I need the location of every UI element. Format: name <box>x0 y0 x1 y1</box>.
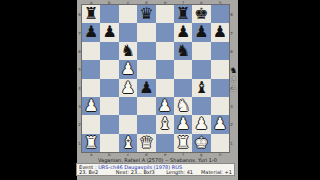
square-h4[interactable] <box>211 79 229 97</box>
square-f3[interactable]: ♞ <box>174 97 192 115</box>
piece-wP-e3[interactable]: ♟ <box>156 97 174 115</box>
square-d6[interactable] <box>137 42 155 60</box>
square-c7[interactable] <box>119 23 137 41</box>
piece-wB-c1[interactable]: ♝ <box>119 134 137 152</box>
black-knight-icon: ♞ <box>230 66 237 75</box>
game-info-box: Event : URS-ch46 Daugavpils (1978) RUS 2… <box>76 163 235 176</box>
square-a7[interactable]: ♟ <box>82 23 100 41</box>
piece-wP-f2[interactable]: ♟ <box>174 115 192 133</box>
piece-bR-f8[interactable]: ♜ <box>174 5 192 23</box>
piece-wQ-d1[interactable]: ♛ <box>137 134 155 152</box>
square-f8[interactable]: ♜ <box>174 5 192 23</box>
square-b7[interactable]: ♟ <box>100 23 118 41</box>
square-a3[interactable]: ♟ <box>82 97 100 115</box>
game-length: Length: 41 <box>166 170 201 175</box>
coord-label: e <box>157 1 172 5</box>
square-e7[interactable] <box>156 23 174 41</box>
square-g1[interactable]: ♚ <box>192 134 210 152</box>
coord-label: d <box>139 153 154 157</box>
material-balance: Material: +1 <box>201 170 232 175</box>
piece-bP-f7[interactable]: ♟ <box>174 23 192 41</box>
current-move: 23. Be2 <box>79 170 116 175</box>
piece-wK-g1[interactable]: ♚ <box>192 134 210 152</box>
piece-bB-g4[interactable]: ♝ <box>192 79 210 97</box>
square-g8[interactable]: ♚ <box>192 5 210 23</box>
square-f4[interactable] <box>174 79 192 97</box>
video-frame: abcdefgh abcdefgh 87654321 87654321 ♜♛♜♚… <box>0 0 320 180</box>
move-line: 23. Be2 Next: 23... Bxf3 Length: 41 Mate… <box>79 170 232 175</box>
square-g3[interactable] <box>192 97 210 115</box>
coord-label: 6 <box>78 49 82 54</box>
coord-label: b <box>102 1 117 5</box>
square-h3[interactable] <box>211 97 229 115</box>
chess-board[interactable]: ♜♛♜♚♟♟♟♟♟♞♞♟♟♟♝♟♟♞♝♟♟♟♜♝♛♜♚ <box>82 5 229 152</box>
square-e4[interactable] <box>156 79 174 97</box>
square-e6[interactable] <box>156 42 174 60</box>
square-e3[interactable]: ♟ <box>156 97 174 115</box>
white-pawn-icon: ♙ <box>230 84 237 93</box>
square-a5[interactable] <box>82 60 100 78</box>
coord-label: a <box>84 153 99 157</box>
coord-label: c <box>121 1 136 5</box>
piece-wR-f1[interactable]: ♜ <box>174 134 192 152</box>
square-g2[interactable]: ♟ <box>192 115 210 133</box>
piece-bN-c6[interactable]: ♞ <box>119 42 137 60</box>
piece-wP-g2[interactable]: ♟ <box>192 115 210 133</box>
square-a6[interactable] <box>82 42 100 60</box>
square-g4[interactable]: ♝ <box>192 79 210 97</box>
square-b5[interactable] <box>100 60 118 78</box>
square-a1[interactable]: ♜ <box>82 134 100 152</box>
square-h8[interactable] <box>211 5 229 23</box>
square-b1[interactable] <box>100 134 118 152</box>
coord-label: 1 <box>78 140 82 145</box>
square-a4[interactable] <box>82 79 100 97</box>
square-b4[interactable] <box>100 79 118 97</box>
piece-bP-g7[interactable]: ♟ <box>192 23 210 41</box>
square-d8[interactable]: ♛ <box>137 5 155 23</box>
coord-label: e <box>157 153 172 157</box>
square-d3[interactable] <box>137 97 155 115</box>
square-c4[interactable]: ♟ <box>119 79 137 97</box>
square-h2[interactable]: ♟ <box>211 115 229 133</box>
coord-label: 7 <box>78 30 82 35</box>
square-g5[interactable] <box>192 60 210 78</box>
coord-label: 7 <box>230 30 234 35</box>
square-h1[interactable] <box>211 134 229 152</box>
square-a8[interactable]: ♜ <box>82 5 100 23</box>
coord-label: 3 <box>78 104 82 109</box>
piece-wB-e2[interactable]: ♝ <box>156 115 174 133</box>
piece-bK-g8[interactable]: ♚ <box>192 5 210 23</box>
square-f6[interactable]: ♞ <box>174 42 192 60</box>
square-e1[interactable] <box>156 134 174 152</box>
coord-label: 2 <box>78 122 82 127</box>
square-d4[interactable]: ♟ <box>137 79 155 97</box>
piece-bQ-d8[interactable]: ♛ <box>137 5 155 23</box>
coord-label: f <box>176 153 191 157</box>
square-c3[interactable] <box>119 97 137 115</box>
piece-wN-f3[interactable]: ♞ <box>174 97 192 115</box>
coord-label: g <box>194 153 209 157</box>
coord-label: 8 <box>230 12 234 17</box>
piece-bN-f6[interactable]: ♞ <box>174 42 192 60</box>
square-c2[interactable] <box>119 115 137 133</box>
coord-label: 8 <box>78 12 82 17</box>
coord-label: d <box>139 1 154 5</box>
square-g6[interactable] <box>192 42 210 60</box>
next-move: Next: 23... Bxf3 <box>116 170 166 175</box>
square-b8[interactable] <box>100 5 118 23</box>
square-d2[interactable] <box>137 115 155 133</box>
piece-bP-a7[interactable]: ♟ <box>82 23 100 41</box>
piece-wP-c4[interactable]: ♟ <box>119 79 137 97</box>
piece-bP-d4[interactable]: ♟ <box>137 79 155 97</box>
square-h5[interactable] <box>211 60 229 78</box>
coord-label: c <box>121 153 136 157</box>
square-c5[interactable]: ♟ <box>119 60 137 78</box>
coord-label: h <box>212 153 227 157</box>
square-c1[interactable]: ♝ <box>119 134 137 152</box>
coord-label: 4 <box>78 85 82 90</box>
square-e8[interactable] <box>156 5 174 23</box>
square-h6[interactable] <box>211 42 229 60</box>
piece-bP-b7[interactable]: ♟ <box>100 23 118 41</box>
square-c8[interactable] <box>119 5 137 23</box>
square-b3[interactable] <box>100 97 118 115</box>
square-b6[interactable] <box>100 42 118 60</box>
square-f5[interactable] <box>174 60 192 78</box>
coord-label: h <box>212 1 227 5</box>
coord-label: f <box>176 1 191 5</box>
coord-label: b <box>102 153 117 157</box>
coord-label: 6 <box>230 49 234 54</box>
square-f2[interactable]: ♟ <box>174 115 192 133</box>
coord-label: 3 <box>230 104 234 109</box>
square-a2[interactable] <box>82 115 100 133</box>
coord-label: 5 <box>78 67 82 72</box>
square-e2[interactable]: ♝ <box>156 115 174 133</box>
square-d5[interactable] <box>137 60 155 78</box>
square-b2[interactable] <box>100 115 118 133</box>
square-d1[interactable]: ♛ <box>137 134 155 152</box>
square-h7[interactable]: ♟ <box>211 23 229 41</box>
piece-wP-a3[interactable]: ♟ <box>82 97 100 115</box>
square-c6[interactable]: ♞ <box>119 42 137 60</box>
piece-wR-a1[interactable]: ♜ <box>82 134 100 152</box>
piece-wP-c5[interactable]: ♟ <box>119 60 137 78</box>
coord-label: a <box>84 1 99 5</box>
square-f1[interactable]: ♜ <box>174 134 192 152</box>
piece-bR-a8[interactable]: ♜ <box>82 5 100 23</box>
piece-wP-h2[interactable]: ♟ <box>211 115 229 133</box>
captured-material-tray: ♞♗♙ <box>229 66 238 93</box>
square-g7[interactable]: ♟ <box>192 23 210 41</box>
square-f7[interactable]: ♟ <box>174 23 192 41</box>
white-bishop-icon: ♗ <box>230 75 237 84</box>
coord-label: 2 <box>230 122 234 127</box>
coord-label: g <box>194 1 209 5</box>
square-d7[interactable] <box>137 23 155 41</box>
piece-bP-h7[interactable]: ♟ <box>211 23 229 41</box>
square-e5[interactable] <box>156 60 174 78</box>
coord-label: 1 <box>230 140 234 145</box>
